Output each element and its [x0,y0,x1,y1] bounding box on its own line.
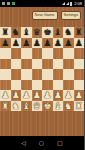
black-pawn: ♟ [22,38,30,49]
white-rook: ♜ [75,101,83,112]
square-d2[interactable]: ♟ [32,90,43,101]
status-bar-clock: 2:08 [74,0,82,7]
white-pawn: ♟ [43,90,51,101]
square-e6[interactable] [42,48,53,59]
square-a8[interactable]: ♜ [0,27,11,38]
square-b6[interactable] [11,48,22,59]
square-e7[interactable]: ♟ [42,38,53,49]
square-h7[interactable]: ♟ [74,38,85,49]
back-icon[interactable]: ◁ [21,136,26,150]
square-b2[interactable]: ♟ [11,90,22,101]
square-b7[interactable]: ♟ [11,38,22,49]
square-e3[interactable] [42,80,53,91]
square-a2[interactable]: ♟ [0,90,11,101]
square-d8[interactable]: ♛ [32,27,43,38]
square-d4[interactable] [32,69,43,80]
square-c6[interactable] [21,48,32,59]
square-a6[interactable] [0,48,11,59]
black-bishop: ♝ [54,27,62,38]
black-knight: ♞ [64,27,72,38]
square-f6[interactable] [53,48,64,59]
white-queen: ♛ [33,101,41,112]
square-b3[interactable] [11,80,22,91]
white-king: ♚ [43,101,51,112]
square-c7[interactable]: ♟ [21,38,32,49]
square-d7[interactable]: ♟ [32,38,43,49]
black-pawn: ♟ [75,38,83,49]
square-c5[interactable] [21,59,32,70]
white-pawn: ♟ [1,90,9,101]
black-rook: ♜ [75,27,83,38]
wifi-icon [66,2,69,5]
black-queen: ♛ [33,27,41,38]
app-status-icon [12,2,15,5]
status-bar-left [2,2,15,5]
square-e1[interactable]: ♚ [42,101,53,112]
square-h5[interactable] [74,59,85,70]
white-knight: ♞ [64,101,72,112]
square-f8[interactable]: ♝ [53,27,64,38]
white-pawn: ♟ [22,90,30,101]
status-bar: 2:08 [0,0,84,7]
square-b5[interactable] [11,59,22,70]
notification-icon [2,2,5,5]
white-pawn: ♟ [64,90,72,101]
square-h1[interactable]: ♜ [74,101,85,112]
square-d3[interactable] [32,80,43,91]
square-g4[interactable] [63,69,74,80]
black-pawn: ♟ [54,38,62,49]
square-b8[interactable]: ♞ [11,27,22,38]
square-f3[interactable] [53,80,64,91]
square-d5[interactable] [32,59,43,70]
signal-icon [62,2,65,5]
square-a7[interactable]: ♟ [0,38,11,49]
square-g1[interactable]: ♞ [63,101,74,112]
white-pawn: ♟ [75,90,83,101]
square-f2[interactable]: ♟ [53,90,64,101]
black-knight: ♞ [12,27,20,38]
white-pawn: ♟ [33,90,41,101]
square-b1[interactable]: ♞ [11,101,22,112]
chess-board: ♜♞♝♛♚♝♞♜♟♟♟♟♟♟♟♟♟♟♟♟♟♟♟♟♜♞♝♛♚♝♞♜ [0,27,84,111]
phone-screen: 2:08 New Game Settings ♜♞♝♛♚♝♞♜♟♟♟♟♟♟♟♟♟… [0,0,84,150]
square-h6[interactable] [74,48,85,59]
square-b4[interactable] [11,69,22,80]
white-bishop: ♝ [54,101,62,112]
black-rook: ♜ [1,27,9,38]
square-e4[interactable] [42,69,53,80]
square-a3[interactable] [0,80,11,91]
square-e8[interactable]: ♚ [42,27,53,38]
white-rook: ♜ [1,101,9,112]
square-c8[interactable]: ♝ [21,27,32,38]
android-nav-bar: ◁ ○ ▢ [0,136,84,150]
square-h2[interactable]: ♟ [74,90,85,101]
black-pawn: ♟ [64,38,72,49]
square-a1[interactable]: ♜ [0,101,11,112]
square-f1[interactable]: ♝ [53,101,64,112]
square-d6[interactable] [32,48,43,59]
square-a4[interactable] [0,69,11,80]
square-h8[interactable]: ♜ [74,27,85,38]
square-e5[interactable] [42,59,53,70]
recents-icon[interactable]: ▢ [57,136,63,150]
square-g5[interactable] [63,59,74,70]
square-c3[interactable] [21,80,32,91]
square-c2[interactable]: ♟ [21,90,32,101]
square-g6[interactable] [63,48,74,59]
white-pawn: ♟ [12,90,20,101]
white-bishop: ♝ [22,101,30,112]
square-a5[interactable] [0,59,11,70]
square-e2[interactable]: ♟ [42,90,53,101]
square-g3[interactable] [63,80,74,91]
black-pawn: ♟ [33,38,41,49]
square-c1[interactable]: ♝ [21,101,32,112]
app-background: New Game Settings ♜♞♝♛♚♝♞♜♟♟♟♟♟♟♟♟♟♟♟♟♟♟… [0,7,84,136]
square-f7[interactable]: ♟ [53,38,64,49]
home-icon[interactable]: ○ [39,136,44,150]
black-king: ♚ [43,27,51,38]
black-pawn: ♟ [12,38,20,49]
square-f4[interactable] [53,69,64,80]
square-g7[interactable]: ♟ [63,38,74,49]
square-g8[interactable]: ♞ [63,27,74,38]
square-d1[interactable]: ♛ [32,101,43,112]
square-c4[interactable] [21,69,32,80]
new-game-button[interactable]: New Game [32,11,58,20]
square-h4[interactable] [74,69,85,80]
black-bishop: ♝ [22,27,30,38]
black-pawn: ♟ [1,38,9,49]
square-g2[interactable]: ♟ [63,90,74,101]
toolbar: New Game Settings [0,7,84,20]
black-pawn: ♟ [43,38,51,49]
battery-icon [70,2,72,6]
white-knight: ♞ [12,101,20,112]
square-h3[interactable] [74,80,85,91]
square-f5[interactable] [53,59,64,70]
status-bar-right: 2:08 [62,0,82,7]
settings-button[interactable]: Settings [61,11,81,20]
notification-icon [7,2,10,5]
white-pawn: ♟ [54,90,62,101]
